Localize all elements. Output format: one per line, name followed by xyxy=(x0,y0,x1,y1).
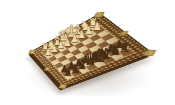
hinge-icon xyxy=(119,31,129,36)
product-photo: ♜♞♝♛♚♝♞♜♟♟♟♟♟♟♟♟♟♟♟♟♟♟♟♟♜♞♝♛♚♝♞♜ xyxy=(0,0,175,105)
brass-corner-icon xyxy=(142,50,157,56)
hinge-icon xyxy=(44,67,50,70)
brass-corner-icon xyxy=(28,50,35,54)
brass-corner-icon xyxy=(94,12,105,18)
